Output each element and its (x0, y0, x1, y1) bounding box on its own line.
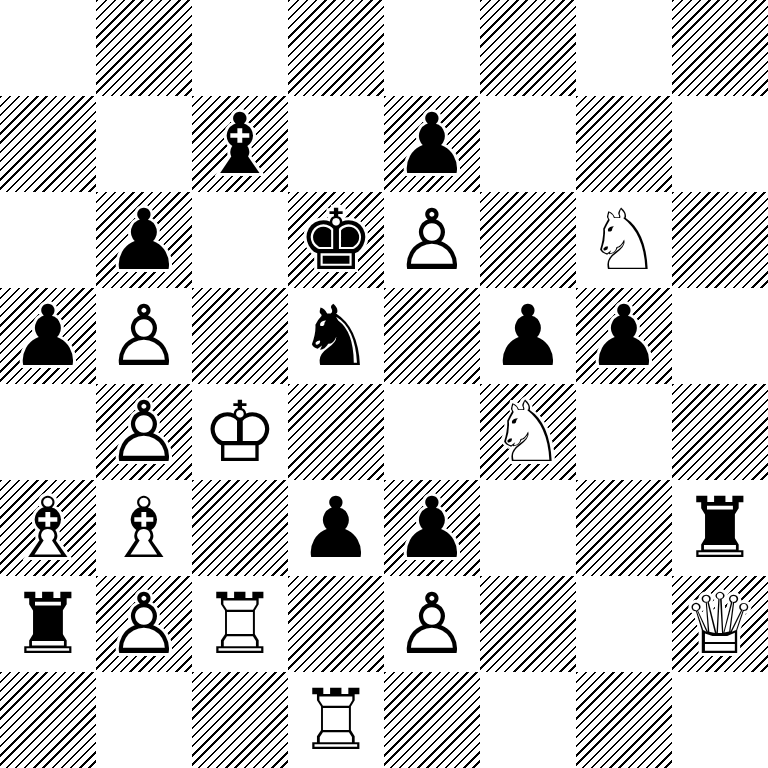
square-f2[interactable] (480, 576, 576, 672)
square-c7[interactable]: ♝♝ (192, 96, 288, 192)
square-d6[interactable]: ♚♚ (288, 192, 384, 288)
square-e6[interactable]: ♟♙ (384, 192, 480, 288)
piece-white-pawn: ♙ (96, 288, 192, 384)
square-f4[interactable]: ♞♘ (480, 384, 576, 480)
piece-white-bishop: ♗ (96, 480, 192, 576)
square-f6[interactable] (480, 192, 576, 288)
square-b5[interactable]: ♟♙ (96, 288, 192, 384)
piece-black-bishop: ♝ (192, 96, 288, 192)
square-c6[interactable] (192, 192, 288, 288)
chess-board: ♝♝♟♟♟♟♚♚♟♙♞♘♟♟♟♙♞♞♟♟♟♟♟♙♚♔♞♘♝♗♝♗♟♟♟♟♜♜♜♜… (0, 0, 768, 768)
piece-white-pawn: ♙ (96, 384, 192, 480)
square-d4[interactable] (288, 384, 384, 480)
square-c4[interactable]: ♚♔ (192, 384, 288, 480)
square-h3[interactable]: ♜♜ (672, 480, 768, 576)
square-d3[interactable]: ♟♟ (288, 480, 384, 576)
piece-white-bishop: ♗ (0, 480, 96, 576)
piece-black-pawn: ♟ (384, 480, 480, 576)
piece-white-pawn: ♙ (96, 576, 192, 672)
piece-white-pawn: ♙ (384, 192, 480, 288)
square-g2[interactable] (576, 576, 672, 672)
piece-black-rook: ♜ (672, 480, 768, 576)
square-g4[interactable] (576, 384, 672, 480)
piece-black-pawn: ♟ (480, 288, 576, 384)
square-c8[interactable] (192, 0, 288, 96)
square-g8[interactable] (576, 0, 672, 96)
piece-white-knight: ♘ (480, 384, 576, 480)
square-f8[interactable] (480, 0, 576, 96)
piece-white-pawn: ♙ (384, 576, 480, 672)
square-d2[interactable] (288, 576, 384, 672)
piece-white-knight: ♘ (576, 192, 672, 288)
square-b2[interactable]: ♟♙ (96, 576, 192, 672)
square-a2[interactable]: ♜♜ (0, 576, 96, 672)
square-h2[interactable]: ♛♕ (672, 576, 768, 672)
square-b8[interactable] (96, 0, 192, 96)
piece-black-pawn: ♟ (0, 288, 96, 384)
square-h5[interactable] (672, 288, 768, 384)
square-c1[interactable] (192, 672, 288, 768)
square-f1[interactable] (480, 672, 576, 768)
square-b6[interactable]: ♟♟ (96, 192, 192, 288)
square-d8[interactable] (288, 0, 384, 96)
square-a6[interactable] (0, 192, 96, 288)
square-d1[interactable]: ♜♖ (288, 672, 384, 768)
square-h1[interactable] (672, 672, 768, 768)
square-b1[interactable] (96, 672, 192, 768)
square-d7[interactable] (288, 96, 384, 192)
piece-white-rook: ♖ (192, 576, 288, 672)
square-a3[interactable]: ♝♗ (0, 480, 96, 576)
square-g3[interactable] (576, 480, 672, 576)
square-f5[interactable]: ♟♟ (480, 288, 576, 384)
square-e7[interactable]: ♟♟ (384, 96, 480, 192)
square-a8[interactable] (0, 0, 96, 96)
square-g5[interactable]: ♟♟ (576, 288, 672, 384)
square-c2[interactable]: ♜♖ (192, 576, 288, 672)
square-b4[interactable]: ♟♙ (96, 384, 192, 480)
square-h7[interactable] (672, 96, 768, 192)
square-a1[interactable] (0, 672, 96, 768)
square-g1[interactable] (576, 672, 672, 768)
square-g7[interactable] (576, 96, 672, 192)
piece-black-rook: ♜ (0, 576, 96, 672)
square-c3[interactable] (192, 480, 288, 576)
square-a7[interactable] (0, 96, 96, 192)
square-a5[interactable]: ♟♟ (0, 288, 96, 384)
square-f7[interactable] (480, 96, 576, 192)
piece-black-knight: ♞ (288, 288, 384, 384)
piece-white-queen: ♕ (672, 576, 768, 672)
piece-white-king: ♔ (192, 384, 288, 480)
square-b3[interactable]: ♝♗ (96, 480, 192, 576)
piece-black-pawn: ♟ (288, 480, 384, 576)
square-b7[interactable] (96, 96, 192, 192)
square-e2[interactable]: ♟♙ (384, 576, 480, 672)
square-e4[interactable] (384, 384, 480, 480)
piece-black-pawn: ♟ (96, 192, 192, 288)
piece-white-rook: ♖ (288, 672, 384, 768)
square-h8[interactable] (672, 0, 768, 96)
square-f3[interactable] (480, 480, 576, 576)
piece-black-king: ♚ (288, 192, 384, 288)
square-c5[interactable] (192, 288, 288, 384)
square-h6[interactable] (672, 192, 768, 288)
square-e5[interactable] (384, 288, 480, 384)
square-e8[interactable] (384, 0, 480, 96)
square-e3[interactable]: ♟♟ (384, 480, 480, 576)
square-d5[interactable]: ♞♞ (288, 288, 384, 384)
piece-black-pawn: ♟ (576, 288, 672, 384)
square-g6[interactable]: ♞♘ (576, 192, 672, 288)
piece-black-pawn: ♟ (384, 96, 480, 192)
square-a4[interactable] (0, 384, 96, 480)
square-e1[interactable] (384, 672, 480, 768)
square-h4[interactable] (672, 384, 768, 480)
